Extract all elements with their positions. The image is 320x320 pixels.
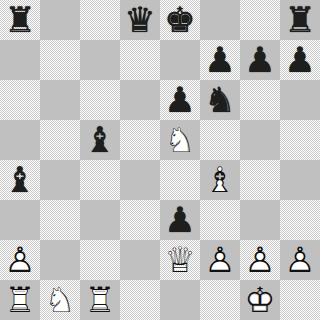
- square-f3[interactable]: [200, 200, 240, 240]
- white-rook-outline-glyph: ♖: [80, 280, 120, 320]
- black-pawn-g7[interactable]: ♟: [240, 40, 280, 80]
- square-g7[interactable]: ♟: [240, 40, 280, 80]
- square-g1[interactable]: ♚♔: [240, 280, 280, 320]
- square-h1[interactable]: [280, 280, 320, 320]
- square-e5[interactable]: ♞♘: [160, 120, 200, 160]
- black-bishop-a4[interactable]: ♝: [0, 160, 40, 200]
- black-king-e8[interactable]: ♚: [160, 0, 200, 40]
- square-g6[interactable]: [240, 80, 280, 120]
- square-b3[interactable]: [40, 200, 80, 240]
- square-f2[interactable]: ♟♙: [200, 240, 240, 280]
- chess-board: ♜♛♚♜♟♟♟♟♞♝♞♘♝♝♗♟♟♙♛♕♟♙♟♙♟♙♜♖♞♘♜♖♚♔: [0, 0, 320, 320]
- white-bishop-f4[interactable]: ♝♗: [200, 160, 240, 200]
- square-e7[interactable]: [160, 40, 200, 80]
- black-pawn-h7[interactable]: ♟: [280, 40, 320, 80]
- square-b2[interactable]: [40, 240, 80, 280]
- square-f8[interactable]: [200, 0, 240, 40]
- black-rook-a8[interactable]: ♜: [0, 0, 40, 40]
- square-b7[interactable]: [40, 40, 80, 80]
- square-d3[interactable]: [120, 200, 160, 240]
- square-d8[interactable]: ♛: [120, 0, 160, 40]
- square-f4[interactable]: ♝♗: [200, 160, 240, 200]
- square-h8[interactable]: ♜: [280, 0, 320, 40]
- black-queen-d8[interactable]: ♛: [120, 0, 160, 40]
- white-rook-outline-glyph: ♖: [0, 280, 40, 320]
- square-f6[interactable]: ♞: [200, 80, 240, 120]
- square-c1[interactable]: ♜♖: [80, 280, 120, 320]
- square-a2[interactable]: ♟♙: [0, 240, 40, 280]
- black-rook-h8[interactable]: ♜: [280, 0, 320, 40]
- square-h5[interactable]: [280, 120, 320, 160]
- white-knight-e5[interactable]: ♞♘: [160, 120, 200, 160]
- square-b5[interactable]: [40, 120, 80, 160]
- white-king-g1[interactable]: ♚♔: [240, 280, 280, 320]
- square-f1[interactable]: [200, 280, 240, 320]
- square-b4[interactable]: [40, 160, 80, 200]
- square-d2[interactable]: [120, 240, 160, 280]
- white-queen-outline-glyph: ♕: [160, 240, 200, 280]
- square-a1[interactable]: ♜♖: [0, 280, 40, 320]
- square-d7[interactable]: [120, 40, 160, 80]
- square-a8[interactable]: ♜: [0, 0, 40, 40]
- square-g5[interactable]: [240, 120, 280, 160]
- black-pawn-e6[interactable]: ♟: [160, 80, 200, 120]
- square-a4[interactable]: ♝: [0, 160, 40, 200]
- white-knight-outline-glyph: ♘: [40, 280, 80, 320]
- white-rook-a1[interactable]: ♜♖: [0, 280, 40, 320]
- white-pawn-g2[interactable]: ♟♙: [240, 240, 280, 280]
- white-pawn-outline-glyph: ♙: [280, 240, 320, 280]
- white-pawn-f2[interactable]: ♟♙: [200, 240, 240, 280]
- square-h4[interactable]: [280, 160, 320, 200]
- square-g3[interactable]: [240, 200, 280, 240]
- black-bishop-c5[interactable]: ♝: [80, 120, 120, 160]
- square-c8[interactable]: [80, 0, 120, 40]
- square-e4[interactable]: [160, 160, 200, 200]
- square-h7[interactable]: ♟: [280, 40, 320, 80]
- square-e1[interactable]: [160, 280, 200, 320]
- square-d5[interactable]: [120, 120, 160, 160]
- square-g4[interactable]: [240, 160, 280, 200]
- square-c5[interactable]: ♝: [80, 120, 120, 160]
- white-pawn-a2[interactable]: ♟♙: [0, 240, 40, 280]
- white-king-outline-glyph: ♔: [240, 280, 280, 320]
- square-h3[interactable]: [280, 200, 320, 240]
- square-a5[interactable]: [0, 120, 40, 160]
- square-h2[interactable]: ♟♙: [280, 240, 320, 280]
- square-c2[interactable]: [80, 240, 120, 280]
- square-c7[interactable]: [80, 40, 120, 80]
- square-e8[interactable]: ♚: [160, 0, 200, 40]
- square-e3[interactable]: ♟: [160, 200, 200, 240]
- square-h6[interactable]: [280, 80, 320, 120]
- square-f7[interactable]: ♟: [200, 40, 240, 80]
- square-e2[interactable]: ♛♕: [160, 240, 200, 280]
- white-pawn-outline-glyph: ♙: [240, 240, 280, 280]
- square-c4[interactable]: [80, 160, 120, 200]
- square-g2[interactable]: ♟♙: [240, 240, 280, 280]
- square-b6[interactable]: [40, 80, 80, 120]
- white-knight-b1[interactable]: ♞♘: [40, 280, 80, 320]
- black-knight-f6[interactable]: ♞: [200, 80, 240, 120]
- white-rook-c1[interactable]: ♜♖: [80, 280, 120, 320]
- square-a3[interactable]: [0, 200, 40, 240]
- square-f5[interactable]: [200, 120, 240, 160]
- square-d1[interactable]: [120, 280, 160, 320]
- square-a6[interactable]: [0, 80, 40, 120]
- white-pawn-h2[interactable]: ♟♙: [280, 240, 320, 280]
- square-b1[interactable]: ♞♘: [40, 280, 80, 320]
- square-b8[interactable]: [40, 0, 80, 40]
- square-g8[interactable]: [240, 0, 280, 40]
- square-e6[interactable]: ♟: [160, 80, 200, 120]
- square-c3[interactable]: [80, 200, 120, 240]
- white-pawn-outline-glyph: ♙: [200, 240, 240, 280]
- square-a7[interactable]: [0, 40, 40, 80]
- white-queen-e2[interactable]: ♛♕: [160, 240, 200, 280]
- black-pawn-f7[interactable]: ♟: [200, 40, 240, 80]
- black-pawn-e3[interactable]: ♟: [160, 200, 200, 240]
- white-pawn-outline-glyph: ♙: [0, 240, 40, 280]
- square-d6[interactable]: [120, 80, 160, 120]
- square-c6[interactable]: [80, 80, 120, 120]
- square-d4[interactable]: [120, 160, 160, 200]
- white-bishop-outline-glyph: ♗: [200, 160, 240, 200]
- white-knight-outline-glyph: ♘: [160, 120, 200, 160]
